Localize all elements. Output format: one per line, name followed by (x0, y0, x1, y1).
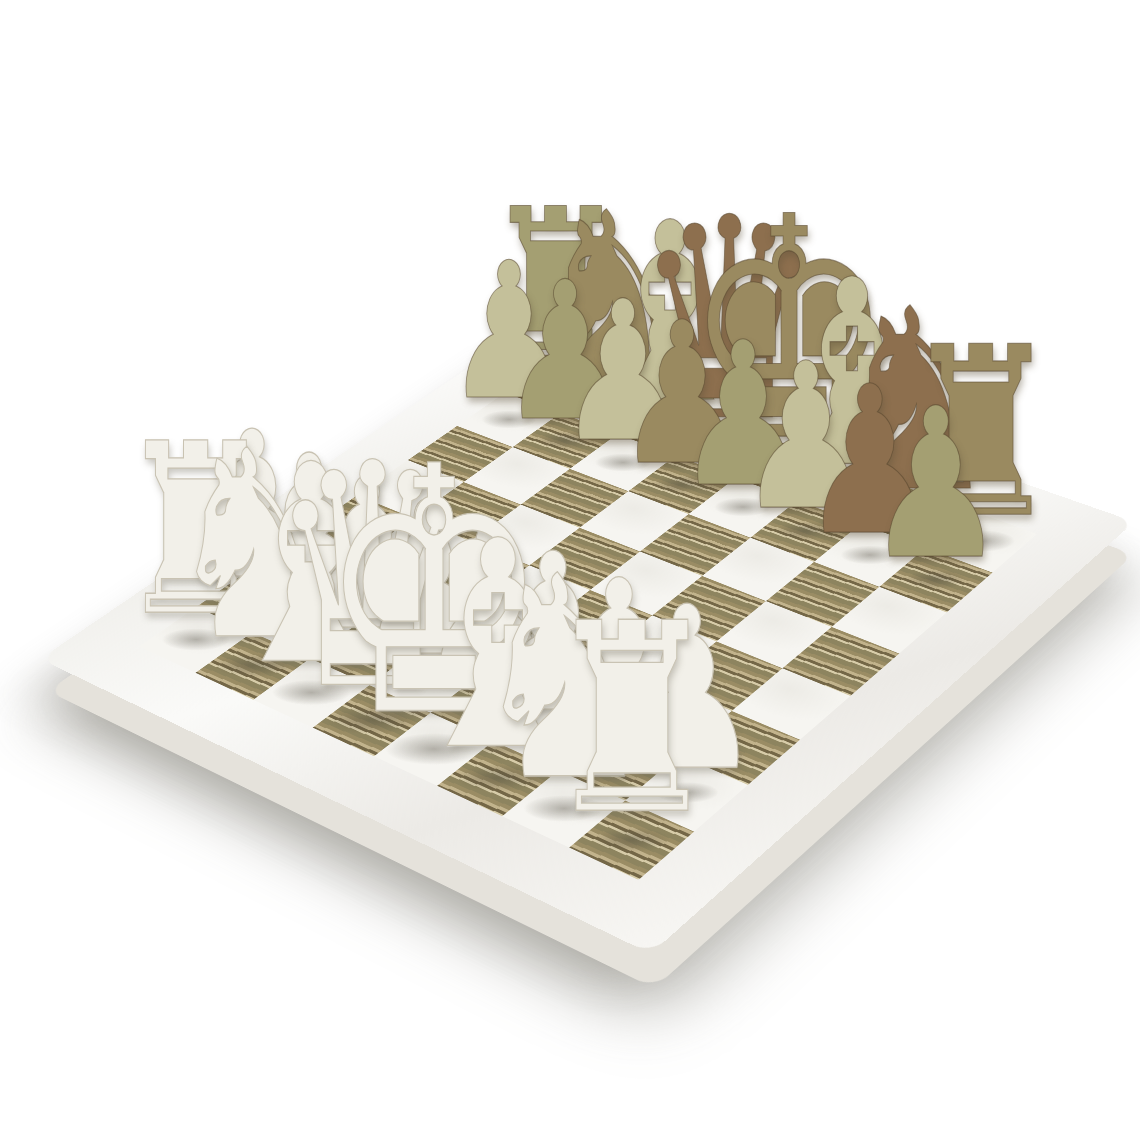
camera-roll-wrapper (0, 0, 1140, 1140)
product-photo: ♜♞♝♛♚♝♞♜♟♟♟♟♟♟♟♟♟♟♟♟♟♟♟♟♜♞♝♛♚♝♞♜ (0, 0, 1140, 1140)
chessboard (40, 316, 1134, 954)
